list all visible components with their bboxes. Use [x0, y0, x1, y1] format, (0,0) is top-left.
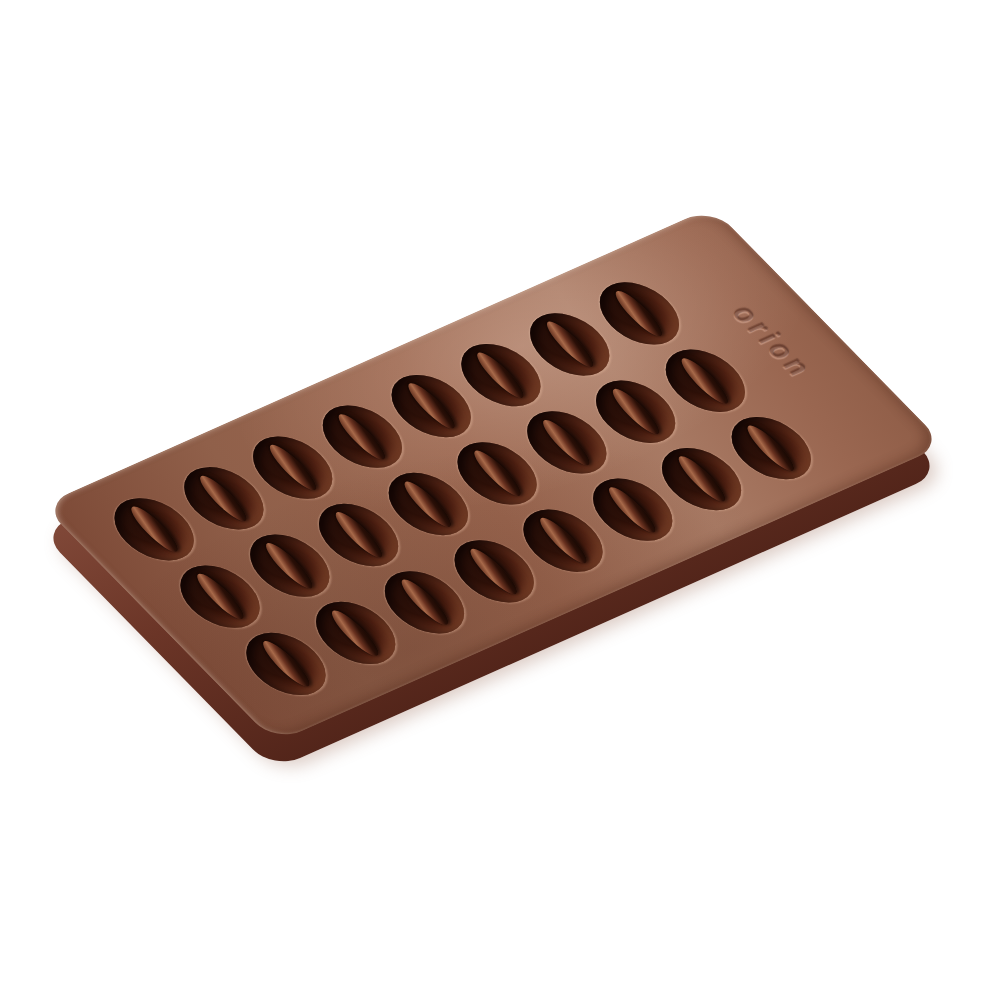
- bean-crease-ridge: [398, 478, 457, 530]
- bean-crease-ridge: [606, 386, 665, 438]
- product-photo: orion: [0, 0, 1000, 1000]
- bean-crease-ridge: [672, 453, 731, 505]
- bean-crease-ridge: [471, 349, 530, 401]
- bean-crease-ridge: [742, 423, 801, 475]
- bean-crease-ridge: [257, 638, 316, 690]
- bean-crease-ridge: [124, 503, 183, 555]
- bean-crease-ridge: [402, 380, 461, 432]
- bean-crease-ridge: [609, 287, 668, 339]
- bean-crease-ridge: [263, 441, 322, 493]
- bean-crease-ridge: [540, 318, 599, 370]
- bean-crease-ridge: [537, 417, 596, 469]
- bean-crease-ridge: [191, 571, 250, 623]
- bean-crease-ridge: [395, 577, 454, 629]
- bean-crease-ridge: [675, 355, 734, 407]
- bean-crease-ridge: [534, 515, 593, 567]
- bean-crease-ridge: [603, 484, 662, 536]
- bean-crease-ridge: [332, 411, 391, 463]
- bean-crease-ridge: [326, 607, 385, 659]
- bean-crease-ridge: [465, 546, 524, 598]
- bean-crease-ridge: [260, 540, 319, 592]
- bean-crease-ridge: [329, 509, 388, 561]
- bean-crease-ridge: [194, 472, 253, 524]
- bean-crease-ridge: [468, 447, 527, 499]
